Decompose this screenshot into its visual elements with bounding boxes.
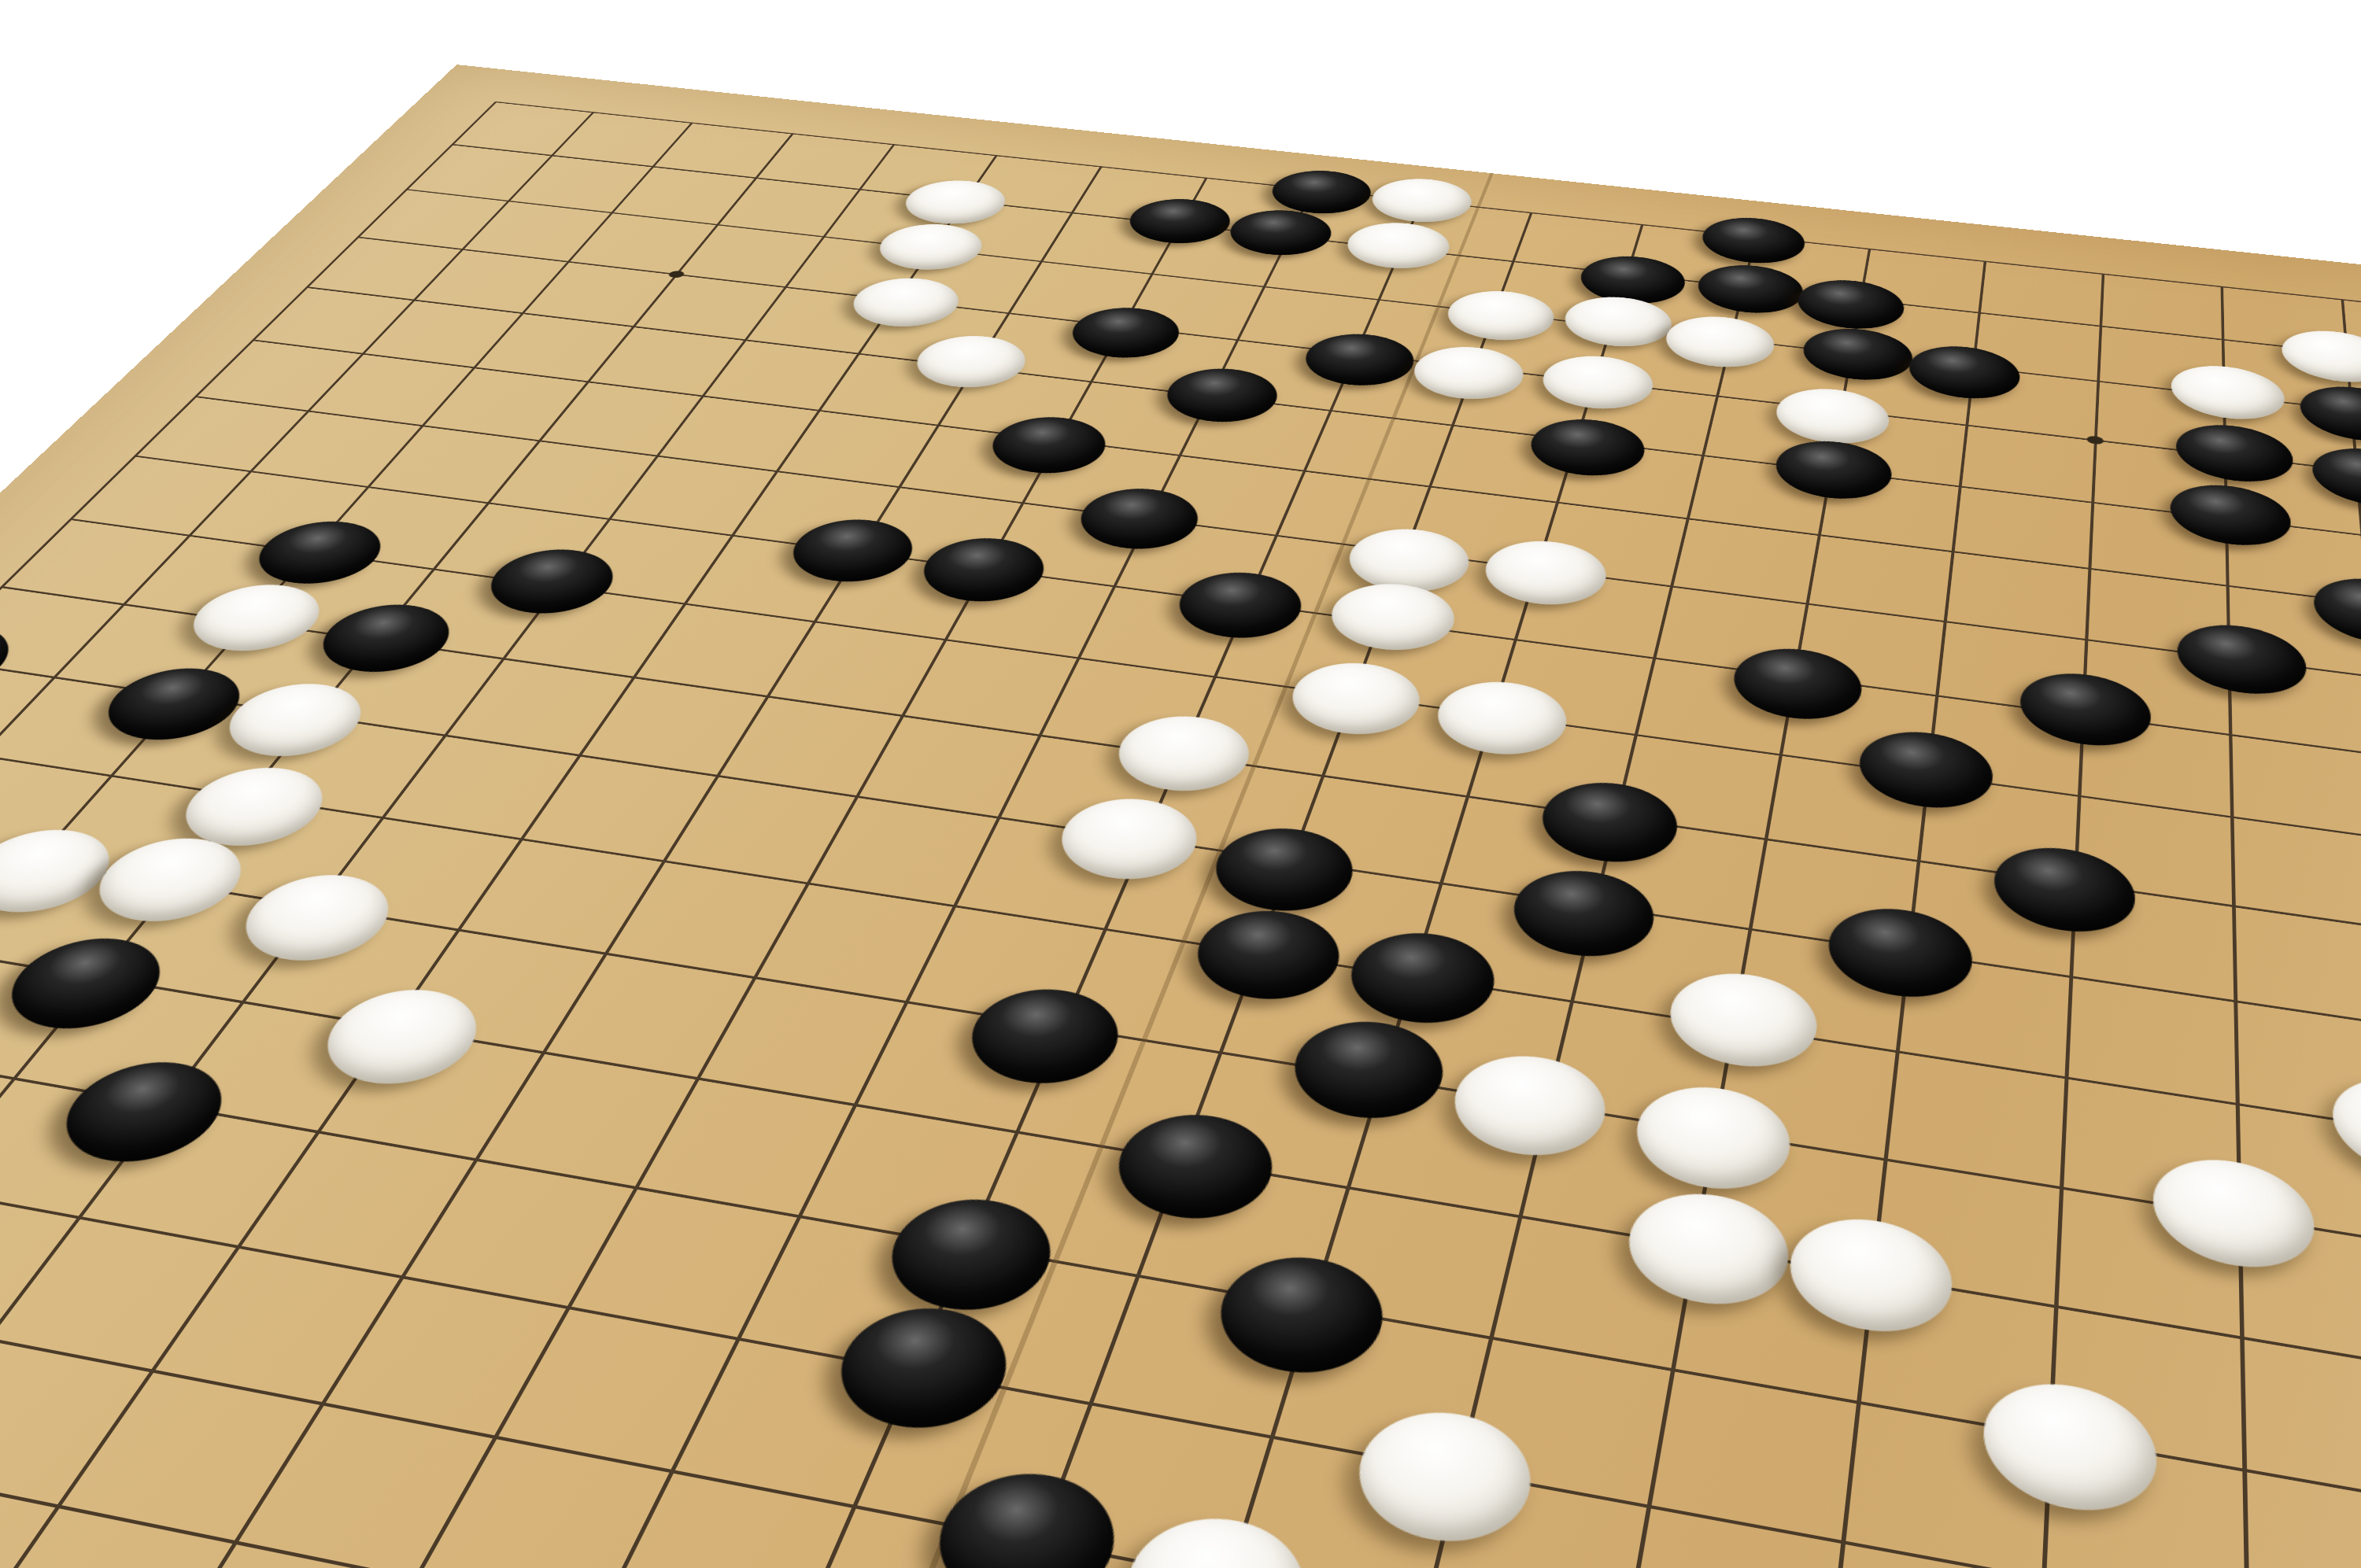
stone-white <box>221 866 412 969</box>
stone-black <box>2300 382 2361 447</box>
stone-black <box>1156 363 1288 428</box>
stone-black <box>0 618 31 701</box>
stone-black <box>1697 213 1809 267</box>
stone-white <box>892 176 1016 228</box>
stone-white <box>172 578 341 658</box>
stone-black <box>1061 303 1191 363</box>
grid-line-vertical <box>0 134 794 1568</box>
stone-black <box>1205 1246 1397 1385</box>
stone-black <box>1101 1105 1286 1230</box>
stone-white <box>1772 383 1893 449</box>
stone-white <box>1105 709 1262 799</box>
stone-black <box>471 544 630 621</box>
stone-white <box>866 220 994 275</box>
stone-black <box>302 598 469 679</box>
stone-black <box>1221 205 1341 260</box>
stone-black <box>2311 443 2361 513</box>
stone-black <box>1823 900 1976 1006</box>
photo-canvas: { "game": "go", "scene": "overhead-angle… <box>0 0 2361 1568</box>
stone-black <box>1183 902 1351 1008</box>
stone-black <box>0 930 185 1039</box>
go-board <box>0 65 2361 1568</box>
stone-black <box>1167 566 1313 644</box>
stone-white <box>2152 1149 2316 1278</box>
stone-black <box>2312 572 2361 651</box>
grid-line-vertical <box>0 123 693 1544</box>
stone-white <box>74 830 264 930</box>
stone-white <box>1439 286 1561 345</box>
stone-white <box>840 274 971 332</box>
star-point <box>667 270 686 278</box>
stone-black <box>1533 775 1685 870</box>
stone-black <box>1295 329 1422 391</box>
stone-black <box>1991 839 2136 940</box>
stone-black <box>818 1296 1025 1440</box>
grid-line-vertical <box>0 112 594 1507</box>
stone-black <box>1854 724 1995 815</box>
stone-white <box>2171 361 2286 426</box>
stone-black <box>238 515 400 590</box>
stone-white <box>1364 175 1480 227</box>
stone-white <box>1338 218 1457 273</box>
stone-white <box>1280 655 1430 741</box>
stone-white <box>1535 351 1659 415</box>
stone-white <box>1108 1505 1321 1568</box>
grid-line-vertical <box>136 167 1102 1568</box>
stone-black <box>1068 482 1210 555</box>
stone-white <box>1443 1046 1614 1166</box>
stone-black <box>2176 419 2294 488</box>
stone-black <box>1798 323 1916 385</box>
stone-black <box>1771 436 1895 505</box>
stone-white <box>303 980 500 1094</box>
stone-black <box>1119 194 1240 248</box>
stone-black <box>777 513 927 588</box>
stone-white <box>1476 535 1613 611</box>
stone-white <box>1406 341 1532 404</box>
grid-line-horizontal <box>252 340 2361 622</box>
stone-black <box>1524 414 1652 481</box>
stone-white <box>1620 1183 1796 1316</box>
stone-black <box>1727 642 1866 727</box>
stone-white <box>2281 326 2361 388</box>
stone-white <box>1783 1208 1956 1343</box>
stone-white <box>1661 312 1779 372</box>
stone-black <box>2171 479 2293 552</box>
stone-white <box>903 331 1038 393</box>
stone-black <box>1906 341 2022 404</box>
stone-black <box>917 1461 1132 1568</box>
grid-line-horizontal <box>69 518 2361 861</box>
stone-white <box>1046 791 1210 887</box>
stone-black <box>954 980 1134 1093</box>
stone-black <box>1202 821 1365 920</box>
stone-black <box>1693 260 1808 318</box>
stone-white <box>1979 1371 2156 1524</box>
stone-black <box>1280 1013 1454 1129</box>
stone-black <box>978 411 1118 479</box>
stone-black <box>1794 275 1908 334</box>
grid-line-horizontal <box>195 396 2361 696</box>
stone-black <box>1503 862 1661 965</box>
grid-line-horizontal <box>134 456 2361 777</box>
stone-black <box>38 1052 247 1172</box>
stone-white <box>2330 1068 2361 1190</box>
grid-line-vertical <box>0 144 895 1568</box>
stone-black <box>2178 618 2308 701</box>
